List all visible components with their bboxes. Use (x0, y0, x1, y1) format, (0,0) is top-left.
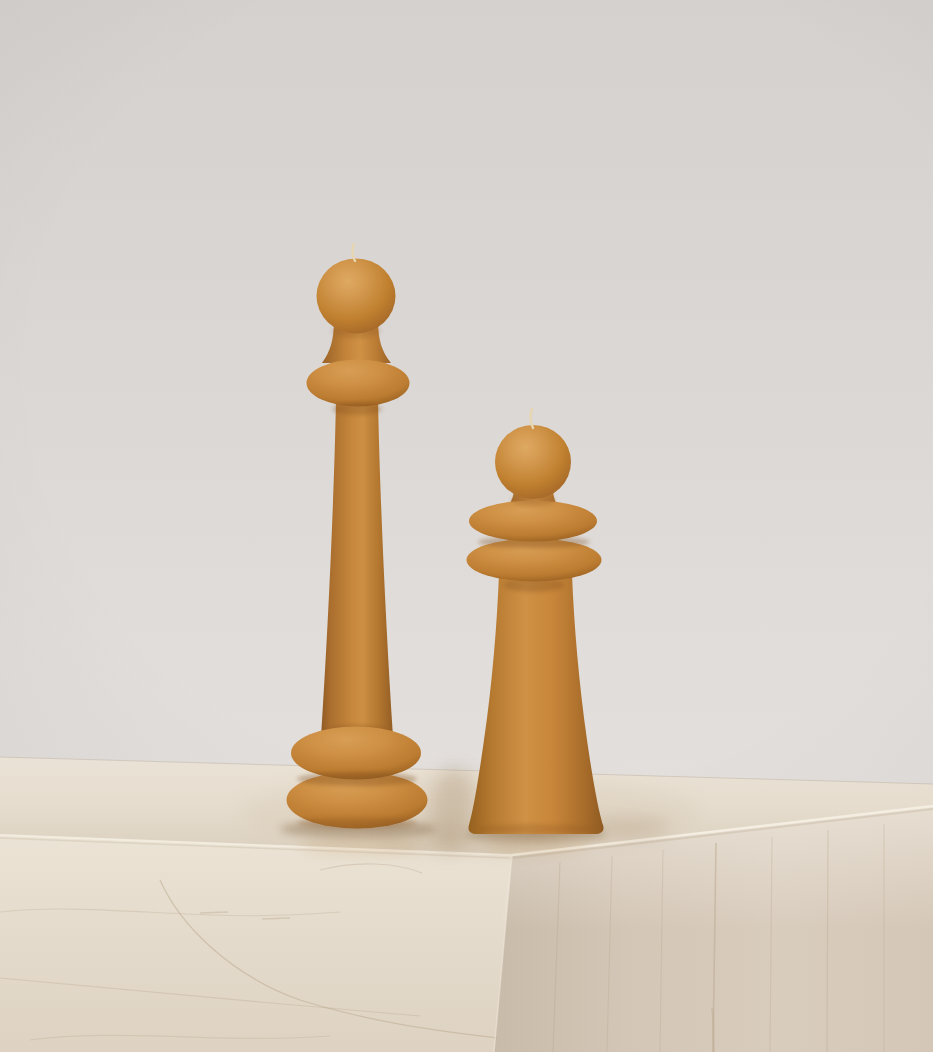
tall-candle-collar-ring (307, 360, 410, 407)
tall-candle-base-crease (297, 772, 417, 786)
short-candle-reflection (486, 837, 590, 855)
tall-candle-reflection (300, 836, 420, 856)
scene-svg (0, 0, 933, 1052)
short-candle-collar-ring-upper (469, 501, 597, 542)
tall-candle-base-ring-upper (291, 727, 421, 780)
short-candle-ball (495, 425, 571, 499)
tall-candle-base-bottom-shade (297, 817, 417, 829)
tall-candle-ball (317, 259, 396, 334)
plinth-left-face (0, 835, 512, 1052)
product-photo: Still-life product photograph: two chess… (0, 0, 933, 1052)
short-candle-bottom-shade (478, 824, 594, 834)
tall-candle-collar-shadow (332, 403, 382, 415)
wall-vignette (0, 0, 933, 820)
